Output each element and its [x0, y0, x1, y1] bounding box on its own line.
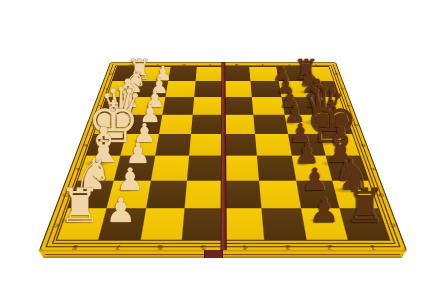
square-f8: [325, 156, 368, 180]
square-c3: [162, 97, 194, 115]
rank-label-top-3: 6: [182, 63, 186, 66]
square-f6: [257, 156, 295, 180]
board-front-hinge: [204, 250, 223, 259]
square-h6: [262, 208, 306, 240]
square-c2: [131, 97, 165, 115]
square-d3: [159, 115, 193, 134]
square-a1: [112, 67, 143, 81]
file-label-left-g: g: [62, 193, 73, 197]
file-label-right-h: h: [387, 223, 399, 227]
file-label-left-f: f: [71, 167, 81, 170]
square-a5: [223, 67, 251, 81]
square-g4: [184, 180, 223, 208]
square-g3: [146, 180, 187, 208]
rank-label-top-6: 3: [261, 63, 265, 66]
square-b7: [278, 81, 310, 97]
rank-label-top-5: 4: [235, 63, 239, 66]
square-a3: [168, 67, 197, 81]
square-e5: [223, 134, 257, 156]
file-label-right-f: f: [367, 167, 377, 170]
square-c1: [101, 97, 136, 115]
square-b3: [165, 81, 195, 97]
square-d2: [126, 115, 162, 134]
square-d1: [94, 115, 131, 134]
square-h2: [99, 208, 146, 240]
square-c5: [223, 97, 254, 115]
file-label-right-e: e: [359, 144, 368, 147]
square-b6: [251, 81, 281, 97]
square-a6: [249, 67, 278, 81]
square-g6: [259, 180, 300, 208]
square-e8: [320, 134, 360, 156]
square-c4: [192, 97, 223, 115]
square-d5: [223, 115, 255, 134]
rank-label-top-8: 1: [314, 63, 318, 66]
file-label-right-a: a: [333, 73, 340, 75]
square-g2: [107, 180, 151, 208]
square-h4: [182, 208, 223, 240]
rank-label-top-4: 5: [209, 63, 213, 66]
file-label-left-h: h: [50, 223, 61, 227]
square-e4: [189, 134, 223, 156]
square-c6: [252, 97, 284, 115]
chess-board: 88aa77bb66cc55dd44ee33ff22gg11hh: [38, 62, 407, 252]
chessboard-photo: Wooden Staunton chess set in the standar…: [0, 0, 445, 300]
file-label-right-d: d: [351, 123, 360, 126]
square-b4: [194, 81, 223, 97]
square-b8: [306, 81, 339, 97]
square-b5: [223, 81, 252, 97]
square-g5: [223, 180, 262, 208]
square-d4: [191, 115, 223, 134]
file-label-left-a: a: [107, 73, 114, 75]
file-label-left-c: c: [95, 105, 103, 107]
square-e2: [121, 134, 159, 156]
square-h3: [140, 208, 184, 240]
square-f5: [223, 156, 259, 180]
file-label-right-g: g: [376, 193, 387, 197]
board-front-edge: [38, 250, 407, 259]
file-label-right-c: c: [345, 105, 353, 107]
square-d6: [254, 115, 288, 134]
square-h8: [339, 208, 389, 240]
file-label-left-b: b: [101, 88, 109, 90]
file-label-left-d: d: [88, 123, 97, 126]
square-a2: [140, 67, 170, 81]
square-f4: [187, 156, 223, 180]
square-d8: [315, 115, 352, 134]
square-b1: [107, 81, 140, 97]
square-a7: [276, 67, 306, 81]
square-c8: [310, 97, 345, 115]
square-f3: [150, 156, 188, 180]
file-label-left-e: e: [80, 144, 89, 147]
rank-label-top-2: 7: [156, 63, 160, 66]
rank-label-top-7: 2: [288, 63, 292, 66]
square-g8: [332, 180, 378, 208]
square-e3: [155, 134, 191, 156]
square-h5: [223, 208, 264, 240]
file-label-right-b: b: [339, 88, 347, 90]
square-b2: [136, 81, 168, 97]
square-d7: [284, 115, 320, 134]
square-f2: [114, 156, 155, 180]
square-e6: [255, 134, 291, 156]
square-a8: [302, 67, 333, 81]
square-a4: [195, 67, 223, 81]
square-c7: [281, 97, 315, 115]
